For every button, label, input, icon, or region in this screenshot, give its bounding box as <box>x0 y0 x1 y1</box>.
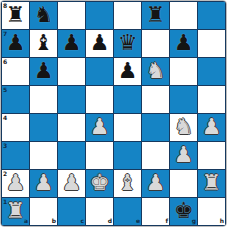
white-knight: ♞ <box>146 60 166 82</box>
square-g6[interactable] <box>170 58 197 85</box>
file-label-d: d <box>108 218 112 224</box>
square-h8[interactable] <box>198 2 225 29</box>
chess-board-frame: 8♜♞♜7♟♝♟♟♛♟6♟♟♞54♟♞♟3♟2♟♟♟♚♝♟♜1a♜bcdefg♚… <box>0 0 227 227</box>
square-a1[interactable]: 1a♜ <box>2 198 29 225</box>
square-b5[interactable] <box>30 86 57 113</box>
file-label-e: e <box>136 218 140 224</box>
white-king: ♚ <box>90 172 110 194</box>
white-pawn: ♟ <box>6 172 26 194</box>
square-e4[interactable] <box>114 114 141 141</box>
square-f4[interactable] <box>142 114 169 141</box>
rank-label-4: 4 <box>3 115 7 121</box>
black-pawn: ♟ <box>6 32 26 54</box>
file-label-h: h <box>220 218 224 224</box>
square-c5[interactable] <box>58 86 85 113</box>
square-h1[interactable]: h <box>198 198 225 225</box>
rank-label-2: 2 <box>3 171 7 177</box>
rank-label-1: 1 <box>3 199 7 205</box>
chess-board: 8♜♞♜7♟♝♟♟♛♟6♟♟♞54♟♞♟3♟2♟♟♟♚♝♟♜1a♜bcdefg♚… <box>1 1 226 226</box>
white-rook: ♜ <box>202 172 222 194</box>
square-b2[interactable]: ♟ <box>30 170 57 197</box>
square-e3[interactable] <box>114 142 141 169</box>
square-a3[interactable]: 3 <box>2 142 29 169</box>
rank-label-6: 6 <box>3 59 7 65</box>
square-c7[interactable]: ♟ <box>58 30 85 57</box>
square-d5[interactable] <box>86 86 113 113</box>
square-e5[interactable] <box>114 86 141 113</box>
file-label-c: c <box>80 218 84 224</box>
square-e8[interactable] <box>114 2 141 29</box>
square-f6[interactable]: ♞ <box>142 58 169 85</box>
white-pawn: ♟ <box>62 172 82 194</box>
square-b1[interactable]: b <box>30 198 57 225</box>
square-d1[interactable]: d <box>86 198 113 225</box>
square-c4[interactable] <box>58 114 85 141</box>
square-h3[interactable] <box>198 142 225 169</box>
black-rook: ♜ <box>146 4 166 26</box>
black-bishop: ♝ <box>34 32 54 54</box>
black-knight: ♞ <box>34 4 54 26</box>
square-f5[interactable] <box>142 86 169 113</box>
file-label-f: f <box>165 218 168 224</box>
square-b8[interactable]: ♞ <box>30 2 57 29</box>
file-label-g: g <box>192 218 196 224</box>
white-pawn: ♟ <box>202 116 222 138</box>
square-f3[interactable] <box>142 142 169 169</box>
black-pawn: ♟ <box>62 32 82 54</box>
white-pawn: ♟ <box>90 116 110 138</box>
black-pawn: ♟ <box>174 32 194 54</box>
square-a6[interactable]: 6 <box>2 58 29 85</box>
square-e6[interactable]: ♟ <box>114 58 141 85</box>
white-pawn: ♟ <box>146 172 166 194</box>
white-rook: ♜ <box>6 200 26 222</box>
square-c2[interactable]: ♟ <box>58 170 85 197</box>
square-h2[interactable]: ♜ <box>198 170 225 197</box>
white-pawn: ♟ <box>34 172 54 194</box>
white-knight: ♞ <box>174 116 194 138</box>
square-f7[interactable] <box>142 30 169 57</box>
square-g4[interactable]: ♞ <box>170 114 197 141</box>
square-d4[interactable]: ♟ <box>86 114 113 141</box>
square-e1[interactable]: e <box>114 198 141 225</box>
square-e2[interactable]: ♝ <box>114 170 141 197</box>
square-d8[interactable] <box>86 2 113 29</box>
square-g1[interactable]: g♚ <box>170 198 197 225</box>
square-a8[interactable]: 8♜ <box>2 2 29 29</box>
black-king: ♚ <box>174 200 194 222</box>
black-pawn: ♟ <box>90 32 110 54</box>
square-b4[interactable] <box>30 114 57 141</box>
square-g3[interactable]: ♟ <box>170 142 197 169</box>
square-b6[interactable]: ♟ <box>30 58 57 85</box>
file-label-b: b <box>52 218 56 224</box>
black-pawn: ♟ <box>118 60 138 82</box>
square-h6[interactable] <box>198 58 225 85</box>
square-c1[interactable]: c <box>58 198 85 225</box>
square-a7[interactable]: 7♟ <box>2 30 29 57</box>
square-c8[interactable] <box>58 2 85 29</box>
file-label-a: a <box>24 218 28 224</box>
square-g7[interactable]: ♟ <box>170 30 197 57</box>
square-g8[interactable] <box>170 2 197 29</box>
square-f1[interactable]: f <box>142 198 169 225</box>
square-a4[interactable]: 4 <box>2 114 29 141</box>
square-d6[interactable] <box>86 58 113 85</box>
square-d3[interactable] <box>86 142 113 169</box>
square-f8[interactable]: ♜ <box>142 2 169 29</box>
square-c3[interactable] <box>58 142 85 169</box>
square-h4[interactable]: ♟ <box>198 114 225 141</box>
square-b3[interactable] <box>30 142 57 169</box>
square-f2[interactable]: ♟ <box>142 170 169 197</box>
rank-label-8: 8 <box>3 3 7 9</box>
square-b7[interactable]: ♝ <box>30 30 57 57</box>
square-e7[interactable]: ♛ <box>114 30 141 57</box>
square-g5[interactable] <box>170 86 197 113</box>
black-queen: ♛ <box>118 32 138 54</box>
square-a2[interactable]: 2♟ <box>2 170 29 197</box>
square-d2[interactable]: ♚ <box>86 170 113 197</box>
square-c6[interactable] <box>58 58 85 85</box>
square-g2[interactable] <box>170 170 197 197</box>
rank-label-5: 5 <box>3 87 7 93</box>
black-rook: ♜ <box>6 4 26 26</box>
rank-label-3: 3 <box>3 143 7 149</box>
square-d7[interactable]: ♟ <box>86 30 113 57</box>
black-pawn: ♟ <box>34 60 54 82</box>
square-h5[interactable] <box>198 86 225 113</box>
square-h7[interactable] <box>198 30 225 57</box>
white-bishop: ♝ <box>118 172 138 194</box>
white-pawn: ♟ <box>174 144 194 166</box>
rank-label-7: 7 <box>3 31 7 37</box>
square-a5[interactable]: 5 <box>2 86 29 113</box>
